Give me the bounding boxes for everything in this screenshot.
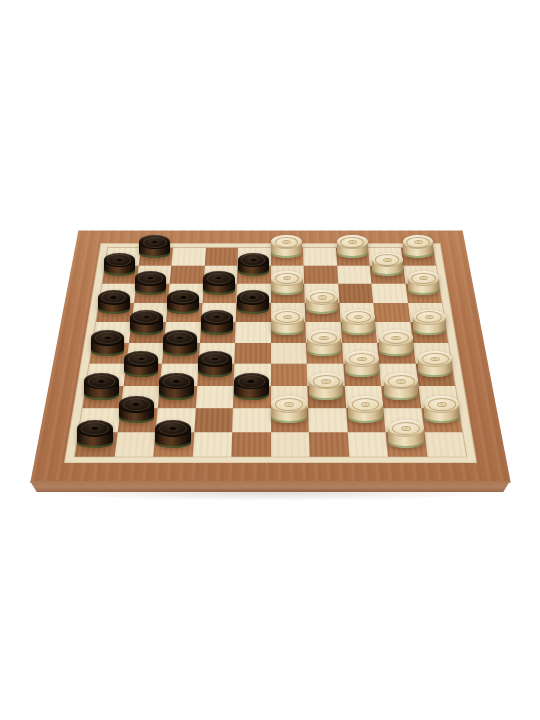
square-r7c2[interactable] [123, 363, 162, 385]
square-r4c6 [270, 302, 305, 322]
square-r1c8[interactable] [335, 247, 369, 265]
board-grid [73, 247, 467, 457]
square-r10c3[interactable] [153, 431, 194, 456]
square-r10c10 [423, 431, 465, 456]
square-r10c7[interactable] [308, 431, 348, 456]
square-r3c1 [99, 283, 136, 302]
square-r9c8[interactable] [345, 408, 385, 432]
square-r5c7 [305, 322, 341, 342]
square-r8c2 [120, 385, 160, 408]
square-r6c3[interactable] [161, 342, 199, 363]
square-r4c7[interactable] [304, 302, 339, 322]
square-r4c5[interactable] [235, 302, 270, 322]
square-r2c7[interactable] [303, 265, 337, 283]
square-r3c6[interactable] [270, 283, 304, 302]
square-r7c6[interactable] [270, 363, 307, 385]
square-r7c8[interactable] [342, 363, 380, 385]
square-r8c8 [344, 385, 383, 408]
square-r6c2 [125, 342, 163, 363]
square-r1c10[interactable] [400, 247, 435, 265]
square-r9c1 [78, 408, 119, 432]
square-r10c8 [347, 431, 388, 456]
square-r7c7 [306, 363, 344, 385]
square-r9c3 [155, 408, 195, 432]
square-r10c4 [192, 431, 232, 456]
square-r8c1[interactable] [82, 385, 122, 408]
square-r2c4 [203, 265, 237, 283]
square-r5c3 [164, 322, 201, 342]
square-r9c5 [232, 408, 270, 432]
square-r2c1[interactable] [102, 265, 138, 283]
square-r6c6 [270, 342, 306, 363]
square-r8c7[interactable] [307, 385, 345, 408]
square-r4c9[interactable] [373, 302, 410, 322]
square-r1c5 [237, 247, 270, 265]
square-r1c2[interactable] [138, 247, 173, 265]
square-r3c2[interactable] [133, 283, 169, 302]
square-r6c1[interactable] [89, 342, 128, 363]
square-r3c3 [167, 283, 202, 302]
square-r2c6 [270, 265, 304, 283]
square-r6c7[interactable] [306, 342, 343, 363]
square-r10c6 [270, 431, 309, 456]
square-r5c8[interactable] [340, 322, 377, 342]
square-r6c5[interactable] [234, 342, 270, 363]
square-r1c3 [171, 247, 205, 265]
square-r4c10 [407, 302, 444, 322]
square-r3c9 [371, 283, 407, 302]
square-r9c10[interactable] [420, 408, 461, 432]
square-r5c9 [375, 322, 412, 342]
square-r1c6[interactable] [270, 247, 303, 265]
square-r10c9[interactable] [385, 431, 426, 456]
square-r2c2 [135, 265, 170, 283]
square-r8c5[interactable] [232, 385, 270, 408]
square-r6c8 [341, 342, 379, 363]
square-r1c4[interactable] [204, 247, 238, 265]
square-r1c9 [367, 247, 402, 265]
square-r8c10 [417, 385, 457, 408]
square-r3c10[interactable] [405, 283, 442, 302]
square-r6c4 [198, 342, 235, 363]
square-r7c10[interactable] [415, 363, 455, 385]
square-r8c3[interactable] [157, 385, 196, 408]
square-r6c10 [412, 342, 451, 363]
square-r5c5 [235, 322, 271, 342]
square-r7c9 [379, 363, 418, 385]
square-r9c6[interactable] [270, 408, 308, 432]
square-r8c9[interactable] [381, 385, 421, 408]
draughts-board [30, 230, 510, 482]
square-r5c10[interactable] [409, 322, 447, 342]
square-r7c5 [233, 363, 270, 385]
square-r4c2 [131, 302, 168, 322]
square-r1c7 [302, 247, 336, 265]
square-r5c2[interactable] [128, 322, 165, 342]
square-r3c4[interactable] [202, 283, 237, 302]
square-r4c8 [338, 302, 374, 322]
square-r3c7 [304, 283, 339, 302]
square-r2c10 [402, 265, 438, 283]
square-r9c7 [308, 408, 347, 432]
square-r9c9 [383, 408, 424, 432]
square-r6c9[interactable] [377, 342, 415, 363]
square-r9c2[interactable] [117, 408, 158, 432]
square-r10c2 [114, 431, 155, 456]
square-r2c3[interactable] [169, 265, 204, 283]
square-r7c3 [159, 363, 197, 385]
square-r7c4[interactable] [196, 363, 234, 385]
square-r3c5 [236, 283, 270, 302]
square-r5c1 [93, 322, 131, 342]
square-r1c1 [105, 247, 140, 265]
square-r8c4 [195, 385, 233, 408]
square-r8c6 [270, 385, 308, 408]
square-r2c8 [336, 265, 371, 283]
square-r3c8[interactable] [337, 283, 372, 302]
square-r4c3[interactable] [165, 302, 201, 322]
square-r7c1 [86, 363, 126, 385]
square-r4c1[interactable] [96, 302, 133, 322]
square-r9c4[interactable] [193, 408, 232, 432]
square-r4c4 [200, 302, 235, 322]
square-r10c5[interactable] [231, 431, 270, 456]
board-shadow [42, 489, 498, 501]
square-r2c9[interactable] [369, 265, 404, 283]
square-r5c4[interactable] [199, 322, 235, 342]
square-r5c6[interactable] [270, 322, 306, 342]
square-r2c5[interactable] [236, 265, 270, 283]
square-r10c1[interactable] [74, 431, 116, 456]
